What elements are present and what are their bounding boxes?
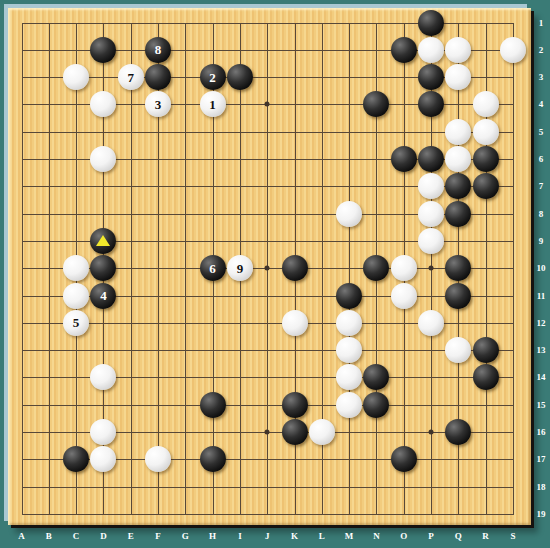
row-label-12: 12 <box>533 318 549 328</box>
triangle-marker-icon <box>96 235 110 246</box>
black-stone-R14[interactable] <box>473 364 499 390</box>
black-stone-D9[interactable] <box>90 228 116 254</box>
column-label-O: O <box>400 531 407 541</box>
move-number-label: 3 <box>155 98 162 111</box>
white-stone-M12[interactable] <box>336 310 362 336</box>
column-label-L: L <box>319 531 325 541</box>
column-label-M: M <box>345 531 354 541</box>
black-stone-Q8[interactable] <box>445 201 471 227</box>
white-stone-P12[interactable] <box>418 310 444 336</box>
black-stone-P4[interactable] <box>418 91 444 117</box>
white-stone-F4[interactable]: 3 <box>145 91 171 117</box>
white-stone-Q3[interactable] <box>445 64 471 90</box>
star-point-P16 <box>429 430 434 435</box>
black-stone-C17[interactable] <box>63 446 89 472</box>
white-stone-D4[interactable] <box>90 91 116 117</box>
black-stone-I3[interactable] <box>227 64 253 90</box>
row-label-5: 5 <box>533 127 549 137</box>
column-label-S: S <box>510 531 515 541</box>
grid-line-horizontal <box>22 350 514 351</box>
white-stone-M15[interactable] <box>336 392 362 418</box>
black-stone-Q10[interactable] <box>445 255 471 281</box>
grid-line-vertical <box>513 23 514 515</box>
black-stone-Q7[interactable] <box>445 173 471 199</box>
move-number-label: 2 <box>209 71 216 84</box>
white-stone-L16[interactable] <box>309 419 335 445</box>
row-label-6: 6 <box>533 154 549 164</box>
grid-line-horizontal <box>22 487 514 488</box>
white-stone-P7[interactable] <box>418 173 444 199</box>
row-label-17: 17 <box>533 454 549 464</box>
black-stone-F2[interactable]: 8 <box>145 37 171 63</box>
move-number-label: 4 <box>100 289 107 302</box>
black-stone-P1[interactable] <box>418 10 444 36</box>
black-stone-H15[interactable] <box>200 392 226 418</box>
white-stone-C10[interactable] <box>63 255 89 281</box>
black-stone-F3[interactable] <box>145 64 171 90</box>
white-stone-I10[interactable]: 9 <box>227 255 253 281</box>
black-stone-Q11[interactable] <box>445 283 471 309</box>
white-stone-K12[interactable] <box>282 310 308 336</box>
white-stone-P8[interactable] <box>418 201 444 227</box>
column-label-E: E <box>128 531 134 541</box>
white-stone-D14[interactable] <box>90 364 116 390</box>
column-label-B: B <box>46 531 52 541</box>
white-stone-C3[interactable] <box>63 64 89 90</box>
black-stone-O2[interactable] <box>391 37 417 63</box>
column-label-A: A <box>18 531 25 541</box>
black-stone-O17[interactable] <box>391 446 417 472</box>
row-label-1: 1 <box>533 18 549 28</box>
move-number-label: 7 <box>127 71 134 84</box>
row-label-16: 16 <box>533 427 549 437</box>
column-label-P: P <box>428 531 434 541</box>
black-stone-N15[interactable] <box>363 392 389 418</box>
black-stone-O6[interactable] <box>391 146 417 172</box>
column-label-H: H <box>209 531 216 541</box>
black-stone-R13[interactable] <box>473 337 499 363</box>
white-stone-D6[interactable] <box>90 146 116 172</box>
star-point-J10 <box>265 266 270 271</box>
white-stone-M8[interactable] <box>336 201 362 227</box>
black-stone-K10[interactable] <box>282 255 308 281</box>
white-stone-O11[interactable] <box>391 283 417 309</box>
move-number-label: 9 <box>237 262 244 275</box>
row-label-2: 2 <box>533 45 549 55</box>
black-stone-H3[interactable]: 2 <box>200 64 226 90</box>
go-board[interactable]: 872316945 <box>8 8 531 525</box>
column-label-N: N <box>373 531 380 541</box>
black-stone-N14[interactable] <box>363 364 389 390</box>
white-stone-D16[interactable] <box>90 419 116 445</box>
column-label-F: F <box>155 531 161 541</box>
black-stone-N10[interactable] <box>363 255 389 281</box>
row-label-7: 7 <box>533 181 549 191</box>
black-stone-K16[interactable] <box>282 419 308 445</box>
move-number-label: 6 <box>209 262 216 275</box>
star-point-P10 <box>429 266 434 271</box>
black-stone-D11[interactable]: 4 <box>90 283 116 309</box>
black-stone-H10[interactable]: 6 <box>200 255 226 281</box>
column-label-G: G <box>182 531 189 541</box>
move-number-label: 1 <box>209 98 216 111</box>
row-label-18: 18 <box>533 482 549 492</box>
white-stone-C11[interactable] <box>63 283 89 309</box>
row-label-11: 11 <box>533 291 549 301</box>
white-stone-M13[interactable] <box>336 337 362 363</box>
column-label-J: J <box>265 531 270 541</box>
black-stone-R7[interactable] <box>473 173 499 199</box>
star-point-J16 <box>265 430 270 435</box>
black-stone-P6[interactable] <box>418 146 444 172</box>
black-stone-H17[interactable] <box>200 446 226 472</box>
white-stone-O10[interactable] <box>391 255 417 281</box>
white-stone-R4[interactable] <box>473 91 499 117</box>
row-label-9: 9 <box>533 236 549 246</box>
white-stone-R5[interactable] <box>473 119 499 145</box>
white-stone-S2[interactable] <box>500 37 526 63</box>
white-stone-C12[interactable]: 5 <box>63 310 89 336</box>
row-label-8: 8 <box>533 209 549 219</box>
column-label-R: R <box>482 531 489 541</box>
move-number-label: 5 <box>73 316 80 329</box>
white-stone-E3[interactable]: 7 <box>118 64 144 90</box>
star-point-J4 <box>265 102 270 107</box>
row-label-15: 15 <box>533 400 549 410</box>
white-stone-Q13[interactable] <box>445 337 471 363</box>
white-stone-H4[interactable]: 1 <box>200 91 226 117</box>
move-number-label: 8 <box>155 43 162 56</box>
white-stone-Q5[interactable] <box>445 119 471 145</box>
row-label-13: 13 <box>533 345 549 355</box>
white-stone-D17[interactable] <box>90 446 116 472</box>
grid-line-horizontal <box>22 405 514 406</box>
grid-line-vertical <box>349 23 350 515</box>
black-stone-Q16[interactable] <box>445 419 471 445</box>
black-stone-N4[interactable] <box>363 91 389 117</box>
grid-line-horizontal <box>22 514 514 515</box>
black-stone-D10[interactable] <box>90 255 116 281</box>
black-stone-R6[interactable] <box>473 146 499 172</box>
row-label-4: 4 <box>533 99 549 109</box>
column-label-Q: Q <box>455 531 462 541</box>
white-stone-M14[interactable] <box>336 364 362 390</box>
white-stone-Q2[interactable] <box>445 37 471 63</box>
black-stone-K15[interactable] <box>282 392 308 418</box>
white-stone-P9[interactable] <box>418 228 444 254</box>
black-stone-M11[interactable] <box>336 283 362 309</box>
white-stone-Q6[interactable] <box>445 146 471 172</box>
column-label-I: I <box>238 531 242 541</box>
row-label-19: 19 <box>533 509 549 519</box>
black-stone-D2[interactable] <box>90 37 116 63</box>
column-label-C: C <box>73 531 80 541</box>
black-stone-P3[interactable] <box>418 64 444 90</box>
row-label-3: 3 <box>533 72 549 82</box>
row-label-10: 10 <box>533 263 549 273</box>
white-stone-P2[interactable] <box>418 37 444 63</box>
column-label-D: D <box>100 531 107 541</box>
white-stone-F17[interactable] <box>145 446 171 472</box>
row-label-14: 14 <box>533 372 549 382</box>
column-label-K: K <box>291 531 298 541</box>
